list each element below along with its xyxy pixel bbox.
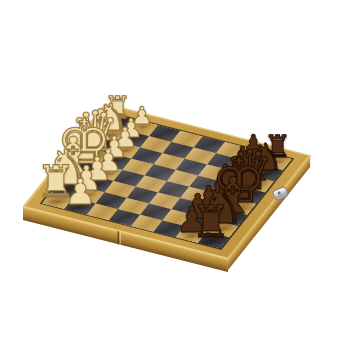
fold-seam [117,231,119,244]
chess-board [22,103,312,259]
product-photo: ♜♟♞♟♝♟♛♟♟♜♚♟♟♞♝♟♟♝♞♟♟♛♜♟♟♚♟♝♟♞♟♜ [0,0,340,340]
clasp-pin-icon [277,191,281,195]
